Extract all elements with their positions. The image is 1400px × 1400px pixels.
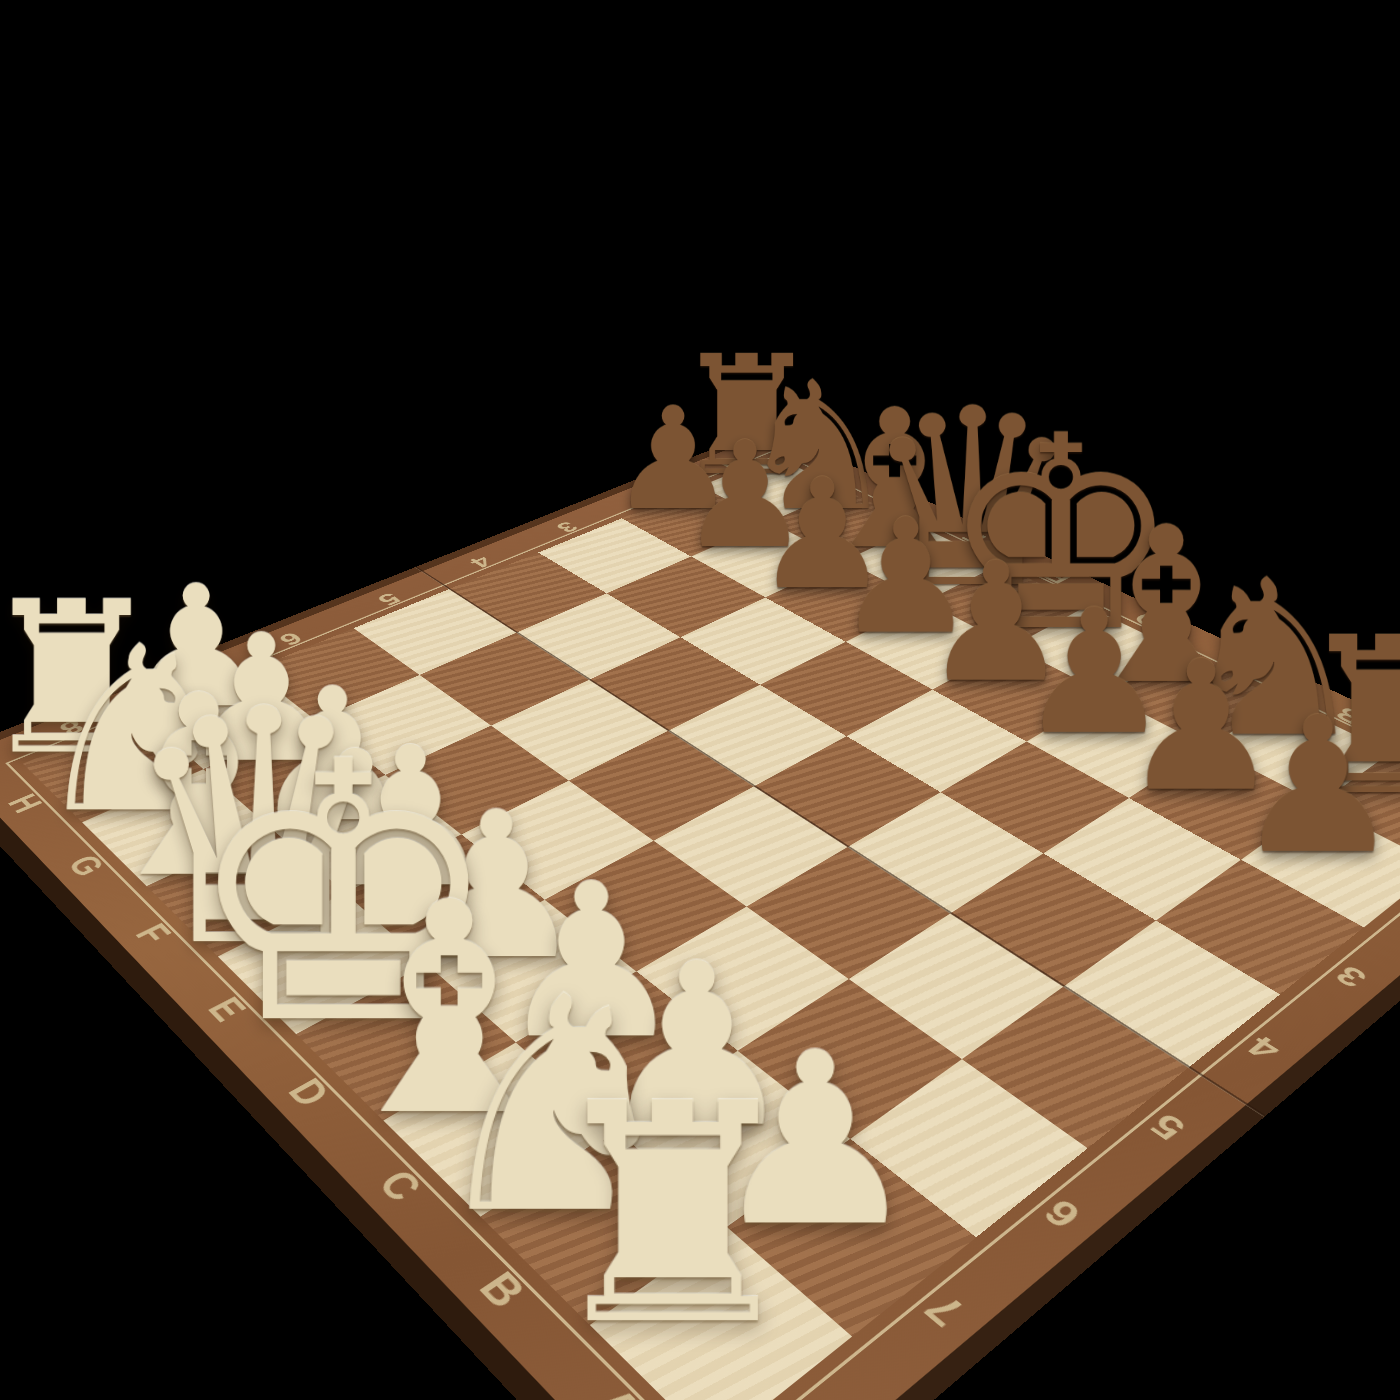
board-squares: ♜♞♝♛♚♝♞♜♟♟♟♟♟♟♟♟♟♟♟♟♟♟♟♟♜♞♝♛♚♝♞♜ [23, 456, 1400, 1400]
piece-dark-pawn-a2[interactable]: ♟ [1234, 692, 1400, 880]
chess-board: ♜♞♝♛♚♝♞♜♟♟♟♟♟♟♟♟♟♟♟♟♟♟♟♟♜♞♝♛♚♝♞♜ HGFEDCB… [0, 427, 1400, 1400]
piece-light-rook-a8[interactable]: ♜ [537, 1064, 809, 1367]
scene: ♜♞♝♛♚♝♞♜♟♟♟♟♟♟♟♟♟♟♟♟♟♟♟♟♜♞♝♛♚♝♞♜ HGFEDCB… [0, 0, 1400, 1400]
